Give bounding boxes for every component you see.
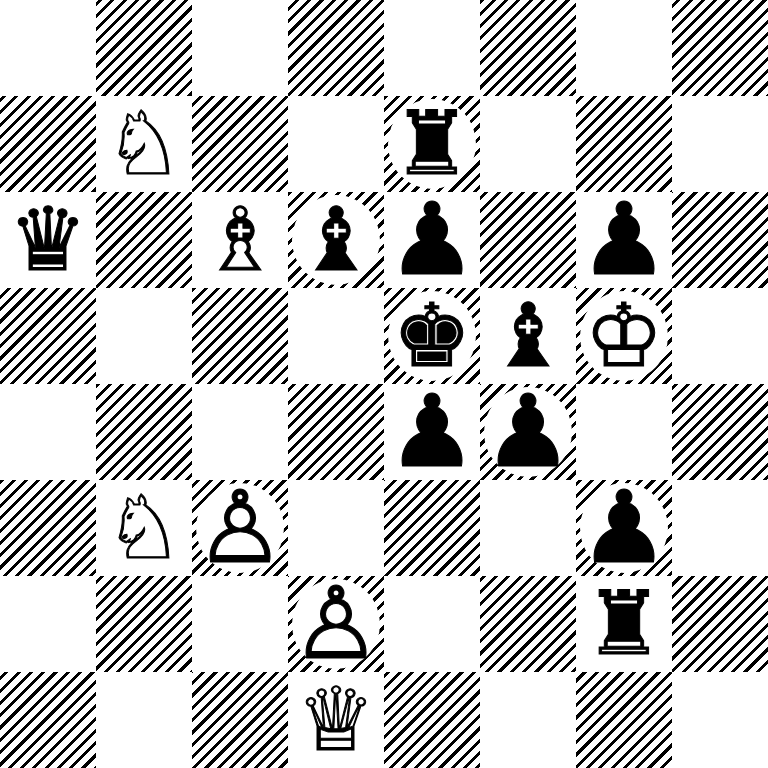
square-e5[interactable]: ♚	[384, 288, 480, 384]
square-f8[interactable]	[480, 0, 576, 96]
black-pawn[interactable]: ♟	[480, 384, 576, 480]
square-e7[interactable]: ♜	[384, 96, 480, 192]
square-d1[interactable]: ♕	[288, 672, 384, 768]
square-b1[interactable]	[96, 672, 192, 768]
white-pawn[interactable]: ♙	[288, 576, 384, 672]
square-h2[interactable]	[672, 576, 768, 672]
square-d4[interactable]	[288, 384, 384, 480]
square-a3[interactable]	[0, 480, 96, 576]
square-e8[interactable]	[384, 0, 480, 96]
white-king[interactable]: ♔	[576, 288, 672, 384]
square-f5[interactable]: ♝	[480, 288, 576, 384]
square-e6[interactable]: ♟	[384, 192, 480, 288]
square-c1[interactable]	[192, 672, 288, 768]
black-pawn[interactable]: ♟	[576, 192, 672, 288]
black-rook[interactable]: ♜	[576, 576, 672, 672]
square-b4[interactable]	[96, 384, 192, 480]
square-g4[interactable]	[576, 384, 672, 480]
square-g5[interactable]: ♔	[576, 288, 672, 384]
square-g7[interactable]	[576, 96, 672, 192]
square-h3[interactable]	[672, 480, 768, 576]
square-c2[interactable]	[192, 576, 288, 672]
square-e2[interactable]	[384, 576, 480, 672]
square-c3[interactable]: ♙	[192, 480, 288, 576]
square-d6[interactable]: ♝	[288, 192, 384, 288]
square-e3[interactable]	[384, 480, 480, 576]
square-g3[interactable]: ♟	[576, 480, 672, 576]
square-b5[interactable]	[96, 288, 192, 384]
square-d2[interactable]: ♙	[288, 576, 384, 672]
square-c4[interactable]	[192, 384, 288, 480]
square-g8[interactable]	[576, 0, 672, 96]
square-b3[interactable]: ♘	[96, 480, 192, 576]
black-bishop[interactable]: ♝	[480, 288, 576, 384]
square-h6[interactable]	[672, 192, 768, 288]
black-pawn[interactable]: ♟	[384, 192, 480, 288]
square-f1[interactable]	[480, 672, 576, 768]
square-f6[interactable]	[480, 192, 576, 288]
square-h4[interactable]	[672, 384, 768, 480]
square-c8[interactable]	[192, 0, 288, 96]
square-h7[interactable]	[672, 96, 768, 192]
square-f2[interactable]	[480, 576, 576, 672]
square-b7[interactable]: ♘	[96, 96, 192, 192]
square-f7[interactable]	[480, 96, 576, 192]
white-pawn[interactable]: ♙	[192, 480, 288, 576]
square-d7[interactable]	[288, 96, 384, 192]
square-c7[interactable]	[192, 96, 288, 192]
square-h8[interactable]	[672, 0, 768, 96]
square-c5[interactable]	[192, 288, 288, 384]
white-knight[interactable]: ♘	[96, 480, 192, 576]
black-pawn[interactable]: ♟	[576, 480, 672, 576]
square-b2[interactable]	[96, 576, 192, 672]
white-knight[interactable]: ♘	[96, 96, 192, 192]
black-king[interactable]: ♚	[384, 288, 480, 384]
square-c6[interactable]: ♗	[192, 192, 288, 288]
square-h1[interactable]	[672, 672, 768, 768]
square-f4[interactable]: ♟	[480, 384, 576, 480]
square-e4[interactable]: ♟	[384, 384, 480, 480]
black-bishop[interactable]: ♝	[288, 192, 384, 288]
square-h5[interactable]	[672, 288, 768, 384]
black-queen[interactable]: ♛	[0, 192, 96, 288]
square-a4[interactable]	[0, 384, 96, 480]
square-g1[interactable]	[576, 672, 672, 768]
square-f3[interactable]	[480, 480, 576, 576]
square-d5[interactable]	[288, 288, 384, 384]
square-a6[interactable]: ♛	[0, 192, 96, 288]
chess-board: ♘♜♛♗♝♟♟♚♝♔♟♟♘♙♟♙♜♕	[0, 0, 768, 768]
square-d3[interactable]	[288, 480, 384, 576]
black-pawn[interactable]: ♟	[384, 384, 480, 480]
square-a7[interactable]	[0, 96, 96, 192]
square-b6[interactable]	[96, 192, 192, 288]
white-bishop[interactable]: ♗	[192, 192, 288, 288]
square-a2[interactable]	[0, 576, 96, 672]
square-b8[interactable]	[96, 0, 192, 96]
white-queen[interactable]: ♕	[288, 672, 384, 768]
square-a8[interactable]	[0, 0, 96, 96]
square-g6[interactable]: ♟	[576, 192, 672, 288]
square-g2[interactable]: ♜	[576, 576, 672, 672]
square-d8[interactable]	[288, 0, 384, 96]
square-e1[interactable]	[384, 672, 480, 768]
black-rook[interactable]: ♜	[384, 96, 480, 192]
square-a1[interactable]	[0, 672, 96, 768]
square-a5[interactable]	[0, 288, 96, 384]
